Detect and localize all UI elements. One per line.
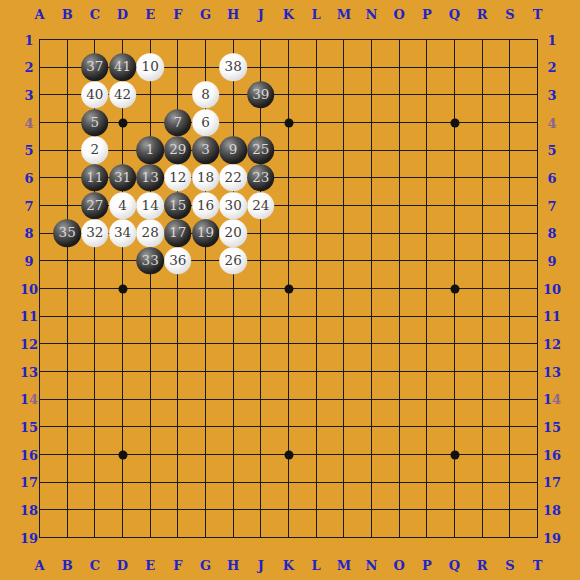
coordinate-char: 0 [552,281,561,296]
column-label-top: G [200,8,211,21]
coordinate-char: E [145,7,155,22]
coordinate-char: A [34,558,44,573]
coordinate-char: 1 [20,419,29,434]
coordinate-char: 9 [29,530,38,545]
row-label-right: 1 [547,33,556,46]
stone-white-10[interactable]: 10 [136,53,164,81]
stone-white-24[interactable]: 24 [247,192,275,220]
stone-black-1[interactable]: 1 [136,136,164,164]
coordinate-char: 8 [552,502,561,517]
column-label-top: S [505,8,514,21]
column-label-bottom: M [337,559,351,572]
coordinate-char: T [533,558,543,573]
coordinate-char: 7 [29,475,38,490]
coordinate-char: 5 [29,419,38,434]
coordinate-char: 4 [29,392,38,407]
coordinate-char: M [337,558,351,573]
row-label-right: 19 [543,531,561,544]
coordinate-char: 9 [552,530,561,545]
stone-move-number: 23 [252,171,269,185]
horizontal-grid-line [39,316,538,317]
stone-move-number: 32 [86,226,103,240]
column-label-top: R [477,8,488,21]
vertical-grid-line [316,39,317,538]
column-label-bottom: K [283,559,294,572]
coordinate-char: K [283,558,294,573]
stone-move-number: 6 [201,116,210,130]
stone-black-37[interactable]: 37 [81,53,109,81]
horizontal-grid-line [39,399,538,400]
coordinate-char: G [200,7,211,22]
stone-white-22[interactable]: 22 [219,164,247,192]
star-point [118,450,127,459]
column-label-top: B [62,8,73,21]
stone-black-17[interactable]: 17 [164,219,192,247]
coordinate-char: O [393,558,404,573]
stone-black-19[interactable]: 19 [192,219,220,247]
column-label-top: N [366,8,378,21]
stone-black-23[interactable]: 23 [247,164,275,192]
stone-move-number: 41 [114,60,131,74]
go-board[interactable]: AABBCCDDEEFFGGHHJJKKLLMMNNOOPPQQRRSSTT11… [0,0,580,580]
stone-black-5[interactable]: 5 [81,109,109,137]
stone-white-16[interactable]: 16 [192,192,220,220]
column-label-bottom: H [227,559,239,572]
horizontal-grid-line [39,371,538,372]
coordinate-char: B [62,7,73,22]
coordinate-char: 3 [24,87,33,102]
star-point [118,284,127,293]
vertical-grid-line [371,39,372,538]
row-label-right: 18 [543,503,561,516]
coordinate-char: 3 [547,87,556,102]
coordinate-char: 6 [24,170,33,185]
column-label-top: K [283,8,294,21]
stone-move-number: 26 [225,254,242,268]
stone-move-number: 4 [118,199,127,213]
coordinate-char: M [337,7,351,22]
stone-white-8[interactable]: 8 [192,81,220,109]
vertical-grid-line [537,39,538,538]
row-label-right: 3 [547,88,556,101]
row-label-right: 9 [547,254,556,267]
row-label-right: 10 [543,282,561,295]
column-label-bottom: E [145,559,155,572]
star-point [284,284,293,293]
coordinate-char: 2 [552,336,561,351]
horizontal-grid-line [39,509,538,510]
coordinate-char: H [227,558,239,573]
star-point [450,118,459,127]
stone-move-number: 3 [201,143,210,157]
stone-white-42[interactable]: 42 [109,81,137,109]
row-label-right: 16 [543,448,561,461]
horizontal-grid-line [39,426,538,427]
column-label-bottom: B [62,559,73,572]
row-label-right: 8 [547,227,556,240]
row-label-left: 4 [24,116,33,129]
stone-move-number: 20 [225,226,242,240]
column-label-top: Q [449,8,460,21]
stone-move-number: 18 [197,171,214,185]
stone-black-27[interactable]: 27 [81,192,109,220]
column-label-bottom: N [366,559,378,572]
stone-white-12[interactable]: 12 [164,164,192,192]
column-label-bottom: P [422,559,432,572]
column-label-top: P [422,8,432,21]
row-label-right: 2 [547,61,556,74]
stone-move-number: 16 [197,199,214,213]
row-label-left: 9 [24,254,33,267]
coordinate-char: J [258,558,264,573]
stone-black-15[interactable]: 15 [164,192,192,220]
coordinate-char: 1 [543,502,552,517]
row-label-right: 6 [547,171,556,184]
stone-white-32[interactable]: 32 [81,219,109,247]
row-label-right: 14 [543,393,561,406]
coordinate-char: C [90,558,100,573]
stone-move-number: 5 [91,116,100,130]
column-label-top: T [533,8,543,21]
column-label-top: L [312,8,321,21]
coordinate-char: 1 [543,475,552,490]
column-label-bottom: G [200,559,211,572]
coordinate-char: 2 [547,60,556,75]
column-label-top: F [173,8,182,21]
coordinate-char: 4 [547,115,556,130]
column-label-bottom: Q [449,559,460,572]
coordinate-char: N [366,558,378,573]
coordinate-char: L [312,558,321,573]
coordinate-char: 1 [20,447,29,462]
horizontal-grid-line [39,482,538,483]
column-label-bottom: O [393,559,404,572]
stone-white-30[interactable]: 30 [219,192,247,220]
vertical-grid-line [426,39,427,538]
stone-black-29[interactable]: 29 [164,136,192,164]
coordinate-char: 1 [552,309,561,324]
coordinate-char: P [422,7,432,22]
row-label-left: 14 [20,393,38,406]
coordinate-char: 5 [24,143,33,158]
row-label-left: 13 [20,365,38,378]
coordinate-char: J [258,7,264,22]
coordinate-char: 4 [552,392,561,407]
stone-move-number: 31 [114,171,131,185]
coordinate-char: 1 [20,475,29,490]
stone-white-6[interactable]: 6 [192,109,220,137]
column-label-top: M [337,8,351,21]
row-label-right: 4 [547,116,556,129]
coordinate-char: N [366,7,378,22]
column-label-bottom: A [34,559,44,572]
stone-move-number: 40 [86,88,103,102]
stone-black-7[interactable]: 7 [164,109,192,137]
coordinate-char: T [533,7,543,22]
coordinate-char: 6 [552,447,561,462]
coordinate-char: L [312,7,321,22]
row-label-right: 13 [543,365,561,378]
stone-move-number: 25 [252,143,269,157]
coordinate-char: 1 [543,419,552,434]
coordinate-char: 8 [547,226,556,241]
coordinate-char: 1 [20,309,29,324]
coordinate-char: 4 [24,115,33,130]
stone-black-11[interactable]: 11 [81,164,109,192]
coordinate-char: P [422,558,432,573]
row-label-left: 5 [24,144,33,157]
stone-black-35[interactable]: 35 [53,219,81,247]
coordinate-char: 5 [547,143,556,158]
coordinate-char: 5 [552,419,561,434]
star-point [118,118,127,127]
star-point [284,118,293,127]
stone-move-number: 19 [197,226,214,240]
coordinate-char: D [117,7,128,22]
column-label-bottom: C [90,559,100,572]
stone-move-number: 8 [201,88,210,102]
coordinate-char: 7 [547,198,556,213]
stone-move-number: 29 [169,143,186,157]
coordinate-char: 2 [29,336,38,351]
stone-black-3[interactable]: 3 [192,136,220,164]
row-label-right: 12 [543,337,561,350]
stone-move-number: 12 [169,171,186,185]
stone-move-number: 35 [59,226,76,240]
column-label-top: C [90,8,100,21]
stone-move-number: 10 [142,60,159,74]
coordinate-char: 3 [552,364,561,379]
coordinate-char: 1 [20,364,29,379]
coordinate-char: A [34,7,44,22]
coordinate-char: R [477,7,488,22]
coordinate-char: 9 [547,253,556,268]
coordinate-char: 9 [24,253,33,268]
column-label-bottom: T [533,559,543,572]
stone-black-33[interactable]: 33 [136,247,164,275]
coordinate-char: H [227,7,239,22]
stone-move-number: 38 [225,60,242,74]
horizontal-grid-line [39,343,538,344]
row-label-left: 3 [24,88,33,101]
stone-black-31[interactable]: 31 [109,164,137,192]
stone-white-40[interactable]: 40 [81,81,109,109]
stone-move-number: 7 [174,116,183,130]
row-label-left: 15 [20,420,38,433]
stone-move-number: 9 [229,143,238,157]
column-label-top: J [258,8,264,21]
coordinate-char: 1 [543,309,552,324]
stone-move-number: 28 [142,226,159,240]
column-label-top: H [227,8,239,21]
coordinate-char: 1 [20,502,29,517]
row-label-left: 17 [20,476,38,489]
column-label-bottom: S [505,559,514,572]
row-label-left: 12 [20,337,38,350]
row-label-left: 8 [24,227,33,240]
row-label-right: 5 [547,144,556,157]
stone-move-number: 34 [114,226,131,240]
row-label-right: 15 [543,420,561,433]
row-label-left: 19 [20,531,38,544]
vertical-grid-line [482,39,483,538]
coordinate-char: O [393,7,404,22]
star-point [284,450,293,459]
stone-move-number: 33 [142,254,159,268]
stone-move-number: 1 [146,143,155,157]
coordinate-char: 8 [24,226,33,241]
column-label-bottom: R [477,559,488,572]
stone-white-36[interactable]: 36 [164,247,192,275]
stone-black-9[interactable]: 9 [219,136,247,164]
stone-white-28[interactable]: 28 [136,219,164,247]
coordinate-char: 7 [552,475,561,490]
column-label-top: A [34,8,44,21]
coordinate-char: 3 [29,364,38,379]
stone-move-number: 24 [252,199,269,213]
coordinate-char: B [62,558,73,573]
star-point [450,284,459,293]
stone-move-number: 15 [169,199,186,213]
coordinate-char: 1 [547,32,556,47]
coordinate-char: 0 [29,281,38,296]
stone-move-number: 22 [225,171,242,185]
column-label-bottom: L [312,559,321,572]
stone-white-14[interactable]: 14 [136,192,164,220]
stone-move-number: 42 [114,88,131,102]
coordinate-char: 1 [24,32,33,47]
coordinate-char: Q [449,558,460,573]
coordinate-char: 1 [20,530,29,545]
row-label-left: 11 [20,310,38,323]
coordinate-char: 1 [543,281,552,296]
column-label-top: O [393,8,404,21]
row-label-left: 10 [20,282,38,295]
coordinate-char: S [505,558,514,573]
stone-black-13[interactable]: 13 [136,164,164,192]
row-label-left: 6 [24,171,33,184]
stone-move-number: 11 [86,171,103,185]
stone-white-26[interactable]: 26 [219,247,247,275]
stone-black-39[interactable]: 39 [247,81,275,109]
stone-move-number: 13 [142,171,159,185]
coordinate-char: 1 [20,336,29,351]
row-label-left: 7 [24,199,33,212]
coordinate-char: K [283,7,294,22]
coordinate-char: 8 [29,502,38,517]
stone-move-number: 2 [91,143,100,157]
coordinate-char: 1 [543,336,552,351]
star-point [450,450,459,459]
stone-black-41[interactable]: 41 [109,53,137,81]
coordinate-char: S [505,7,514,22]
vertical-grid-line [399,39,400,538]
coordinate-char: 7 [24,198,33,213]
row-label-left: 16 [20,448,38,461]
row-label-left: 18 [20,503,38,516]
coordinate-char: 1 [543,530,552,545]
row-label-left: 2 [24,61,33,74]
stone-move-number: 27 [86,199,103,213]
coordinate-char: C [90,7,100,22]
coordinate-char: Q [449,7,460,22]
stone-move-number: 17 [169,226,186,240]
coordinate-char: R [477,558,488,573]
row-label-right: 11 [543,310,561,323]
column-label-bottom: J [258,559,264,572]
row-label-right: 17 [543,476,561,489]
stone-move-number: 14 [142,199,159,213]
coordinate-char: 2 [24,60,33,75]
row-label-left: 1 [24,33,33,46]
column-label-bottom: F [173,559,182,572]
coordinate-char: 6 [29,447,38,462]
horizontal-grid-line [39,537,538,538]
coordinate-char: 1 [20,392,29,407]
stone-white-2[interactable]: 2 [81,136,109,164]
column-label-bottom: D [117,559,128,572]
vertical-grid-line [343,39,344,538]
stone-white-20[interactable]: 20 [219,219,247,247]
coordinate-char: 1 [20,281,29,296]
coordinate-char: E [145,558,155,573]
stone-white-38[interactable]: 38 [219,53,247,81]
coordinate-char: F [173,558,182,573]
coordinate-char: D [117,558,128,573]
coordinate-char: 1 [543,392,552,407]
stone-move-number: 36 [169,254,186,268]
stone-move-number: 30 [225,199,242,213]
stone-move-number: 39 [252,88,269,102]
stone-move-number: 37 [86,60,103,74]
stone-white-34[interactable]: 34 [109,219,137,247]
coordinate-char: F [173,7,182,22]
vertical-grid-line [509,39,510,538]
coordinate-char: 1 [543,364,552,379]
stone-white-4[interactable]: 4 [109,192,137,220]
coordinate-char: 1 [543,447,552,462]
coordinate-char: 6 [547,170,556,185]
row-label-right: 7 [547,199,556,212]
column-label-top: D [117,8,128,21]
column-label-top: E [145,8,155,21]
coordinate-char: 1 [29,309,38,324]
stone-black-25[interactable]: 25 [247,136,275,164]
coordinate-char: G [200,558,211,573]
stone-white-18[interactable]: 18 [192,164,220,192]
